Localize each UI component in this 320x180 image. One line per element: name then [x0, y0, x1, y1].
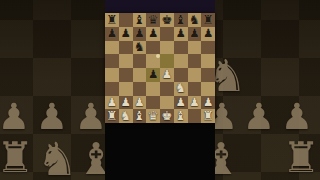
black-knight[interactable]: ♞: [189, 13, 200, 26]
white-rook[interactable]: ♜: [106, 109, 117, 122]
black-pawn[interactable]: ♟: [148, 69, 158, 81]
square-g7[interactable]: ♟: [188, 27, 202, 41]
square-b4[interactable]: [119, 68, 133, 82]
square-b7[interactable]: ♟: [119, 27, 133, 41]
black-pawn[interactable]: ♟: [134, 27, 144, 39]
square-e4[interactable]: ♟: [160, 68, 174, 82]
square-b1[interactable]: ♞: [119, 109, 133, 123]
black-pawn[interactable]: ♟: [189, 27, 199, 39]
square-h5[interactable]: [201, 54, 215, 68]
square-e1[interactable]: ♚: [160, 109, 174, 123]
square-g2[interactable]: ♟: [188, 96, 202, 110]
white-king[interactable]: ♚: [161, 109, 172, 122]
black-rook[interactable]: ♜: [106, 13, 117, 26]
black-pawn[interactable]: ♟: [203, 27, 213, 39]
square-h1[interactable]: ♜: [201, 109, 215, 123]
white-pawn[interactable]: ♟: [162, 69, 172, 81]
white-rook[interactable]: ♜: [203, 109, 214, 122]
square-c1[interactable]: ♝: [133, 109, 147, 123]
white-knight[interactable]: ♞: [120, 109, 131, 122]
black-pawn[interactable]: ♟: [120, 27, 130, 39]
square-d3[interactable]: [146, 82, 160, 96]
black-pawn[interactable]: ♟: [175, 27, 185, 39]
square-g4[interactable]: [188, 68, 202, 82]
square-e6[interactable]: [160, 41, 174, 55]
square-a7[interactable]: ♟: [105, 27, 119, 41]
white-pawn[interactable]: ♟: [107, 96, 117, 108]
white-knight[interactable]: ♞: [175, 82, 186, 95]
white-pawn[interactable]: ♟: [134, 96, 144, 108]
square-e3[interactable]: [160, 82, 174, 96]
white-pawn[interactable]: ♟: [120, 96, 130, 108]
white-pawn[interactable]: ♟: [189, 96, 199, 108]
square-f5[interactable]: [174, 54, 188, 68]
chess-board[interactable]: ♜♝♛♚♝♞♜♟♟♟♟♟♟♟♞♟♟♞♟♟♟♟♟♟♜♞♝♛♚♝♜: [105, 13, 215, 123]
square-a1[interactable]: ♜: [105, 109, 119, 123]
black-knight[interactable]: ♞: [134, 41, 145, 54]
black-queen[interactable]: ♛: [148, 13, 159, 26]
square-h7[interactable]: ♟: [201, 27, 215, 41]
square-b6[interactable]: [119, 41, 133, 55]
square-e7[interactable]: [160, 27, 174, 41]
square-c5[interactable]: [133, 54, 147, 68]
square-a5[interactable]: [105, 54, 119, 68]
black-rook[interactable]: ♜: [203, 13, 214, 26]
black-pawn[interactable]: ♟: [107, 27, 117, 39]
square-c6[interactable]: ♞: [133, 41, 147, 55]
black-pawn[interactable]: ♟: [148, 27, 158, 39]
square-d4[interactable]: ♟: [146, 68, 160, 82]
square-a4[interactable]: [105, 68, 119, 82]
white-bishop[interactable]: ♝: [134, 109, 145, 122]
square-h6[interactable]: [201, 41, 215, 55]
square-e8[interactable]: ♚: [160, 13, 174, 27]
black-king[interactable]: ♚: [161, 13, 172, 26]
white-pawn[interactable]: ♟: [203, 96, 213, 108]
square-f7[interactable]: ♟: [174, 27, 188, 41]
white-pawn[interactable]: ♟: [175, 96, 185, 108]
square-c4[interactable]: [133, 68, 147, 82]
white-bishop[interactable]: ♝: [175, 109, 186, 122]
white-queen[interactable]: ♛: [148, 109, 159, 122]
capture-sparkle: [156, 54, 160, 58]
square-d7[interactable]: ♟: [146, 27, 160, 41]
square-b5[interactable]: [119, 54, 133, 68]
shorts-frame: ♟♟♟♜♞♝♞♟♟♟♝♜ ♜♝♛♚♝♞♜♟♟♟♟♟♟♟♞♟♟♞♟♟♟♟♟♟♜♞♝…: [0, 0, 320, 180]
square-h4[interactable]: [201, 68, 215, 82]
square-f6[interactable]: [174, 41, 188, 55]
square-f1[interactable]: ♝: [174, 109, 188, 123]
square-d1[interactable]: ♛: [146, 109, 160, 123]
black-bishop[interactable]: ♝: [134, 13, 145, 26]
square-g5[interactable]: [188, 54, 202, 68]
square-g1[interactable]: [188, 109, 202, 123]
square-a6[interactable]: [105, 41, 119, 55]
square-d6[interactable]: [146, 41, 160, 55]
square-g6[interactable]: [188, 41, 202, 55]
black-bishop[interactable]: ♝: [175, 13, 186, 26]
